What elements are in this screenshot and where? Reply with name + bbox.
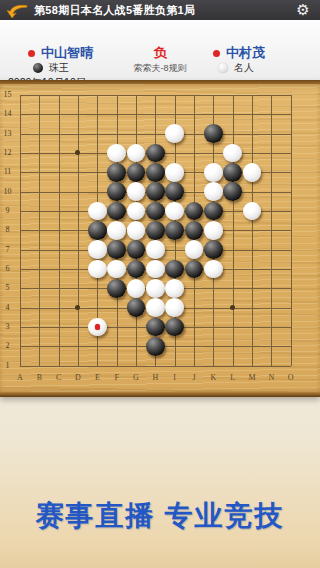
last-move-marker bbox=[95, 324, 101, 330]
stone-white bbox=[146, 298, 165, 317]
col-label: I bbox=[168, 373, 182, 382]
stone-white bbox=[107, 260, 126, 279]
gear-icon[interactable]: ⚙ bbox=[291, 0, 315, 20]
stone-black bbox=[165, 260, 184, 279]
stone-white bbox=[127, 182, 146, 201]
row-label: 14 bbox=[1, 109, 14, 118]
col-label: D bbox=[71, 373, 85, 382]
row-label: 5 bbox=[1, 283, 14, 292]
player-left-title-row: 珠王 bbox=[33, 61, 69, 75]
stone-black bbox=[146, 202, 165, 221]
stone-black bbox=[146, 221, 165, 240]
stone-black bbox=[185, 202, 204, 221]
result-badge: 负 bbox=[140, 44, 180, 62]
stone-white bbox=[185, 240, 204, 259]
row-label: 12 bbox=[1, 148, 14, 157]
page-title: 第58期日本名人战5番胜负第1局 bbox=[34, 3, 195, 18]
stone-white bbox=[165, 298, 184, 317]
grid-line-h bbox=[20, 366, 291, 367]
game-board[interactable]: 15A14B13C12D11E10F9G8H7I6J5K4L3M2N1O bbox=[0, 80, 320, 397]
row-label: 15 bbox=[1, 90, 14, 99]
stone-black bbox=[146, 182, 165, 201]
row-label: 4 bbox=[1, 303, 14, 312]
stone-black bbox=[146, 163, 165, 182]
stone-white bbox=[127, 144, 146, 163]
player-left: 中山智晴 bbox=[28, 44, 93, 62]
stone-white bbox=[107, 144, 126, 163]
col-label: E bbox=[90, 373, 104, 382]
stone-white bbox=[88, 202, 107, 221]
stone-black bbox=[165, 182, 184, 201]
grid-line-v bbox=[291, 95, 292, 366]
stone-white bbox=[243, 163, 262, 182]
col-label: F bbox=[110, 373, 124, 382]
stone-black bbox=[146, 144, 165, 163]
stone-white bbox=[107, 221, 126, 240]
col-label: L bbox=[226, 373, 240, 382]
col-label: C bbox=[52, 373, 66, 382]
row-label: 10 bbox=[1, 187, 14, 196]
col-label: J bbox=[187, 373, 201, 382]
stone-black bbox=[107, 202, 126, 221]
col-label: K bbox=[206, 373, 220, 382]
stone-black bbox=[204, 124, 223, 143]
stone-white bbox=[127, 202, 146, 221]
stone-black bbox=[127, 260, 146, 279]
back-button[interactable] bbox=[0, 0, 34, 20]
header-bar: 第58期日本名人战5番胜负第1局 ⚙ bbox=[0, 0, 320, 20]
row-label: 11 bbox=[1, 167, 14, 176]
player-left-name: 中山智晴 bbox=[41, 44, 93, 62]
row-label: 3 bbox=[1, 322, 14, 331]
player-right-name: 中村茂 bbox=[226, 44, 265, 62]
red-dot-icon bbox=[213, 50, 220, 57]
stone-black bbox=[146, 318, 165, 337]
player-left-title: 珠王 bbox=[49, 61, 69, 75]
col-label: H bbox=[148, 373, 162, 382]
grid-line-v bbox=[252, 95, 253, 366]
stone-white bbox=[146, 260, 165, 279]
stone-white bbox=[243, 202, 262, 221]
red-dot-icon bbox=[28, 50, 35, 57]
row-label: 8 bbox=[1, 225, 14, 234]
player-right: 中村茂 bbox=[213, 44, 265, 62]
stone-white bbox=[88, 240, 107, 259]
stone-black bbox=[146, 337, 165, 356]
stone-black bbox=[107, 163, 126, 182]
star-point bbox=[75, 305, 80, 310]
stone-black bbox=[127, 298, 146, 317]
col-label: B bbox=[32, 373, 46, 382]
stone-black bbox=[185, 221, 204, 240]
row-label: 6 bbox=[1, 264, 14, 273]
stone-black bbox=[165, 221, 184, 240]
stone-white bbox=[165, 124, 184, 143]
back-arrow-icon bbox=[6, 3, 28, 18]
col-label: M bbox=[245, 373, 259, 382]
stone-black bbox=[185, 260, 204, 279]
row-label: 1 bbox=[1, 361, 14, 370]
banner-text: 赛事直播 专业竞技 bbox=[0, 497, 320, 535]
row-label: 9 bbox=[1, 206, 14, 215]
stone-black bbox=[107, 182, 126, 201]
stone-white bbox=[127, 221, 146, 240]
stone-white bbox=[146, 279, 165, 298]
stone-black bbox=[107, 240, 126, 259]
stone-black bbox=[127, 163, 146, 182]
col-label: O bbox=[284, 373, 298, 382]
player-right-title: 名人 bbox=[234, 61, 254, 75]
stone-white bbox=[204, 221, 223, 240]
grid-line-v bbox=[233, 95, 234, 366]
stone-black bbox=[88, 221, 107, 240]
grid-line-v bbox=[271, 95, 272, 366]
star-point bbox=[230, 305, 235, 310]
stone-white bbox=[88, 260, 107, 279]
player-right-title-row: 名人 bbox=[218, 61, 254, 75]
stone-black bbox=[223, 182, 242, 201]
stone-white bbox=[204, 260, 223, 279]
stone-black bbox=[204, 202, 223, 221]
rule-label: 索索夫-8规则 bbox=[110, 62, 210, 75]
stone-white bbox=[165, 163, 184, 182]
stone-white bbox=[165, 202, 184, 221]
stone-black bbox=[107, 279, 126, 298]
col-label: A bbox=[13, 373, 27, 382]
star-point bbox=[75, 150, 80, 155]
row-label: 7 bbox=[1, 245, 14, 254]
col-label: N bbox=[264, 373, 278, 382]
app-screen: 第58期日本名人战5番胜负第1局 ⚙ 中山智晴 珠王 中村茂 名人 负 索索夫-… bbox=[0, 0, 320, 568]
stone-white bbox=[146, 240, 165, 259]
stone-black bbox=[127, 240, 146, 259]
stone-white bbox=[223, 144, 242, 163]
row-label: 2 bbox=[1, 341, 14, 350]
col-label: G bbox=[129, 373, 143, 382]
stone-black bbox=[223, 163, 242, 182]
row-label: 13 bbox=[1, 129, 14, 138]
stone-black bbox=[165, 318, 184, 337]
stone-white bbox=[127, 279, 146, 298]
black-stone-icon bbox=[33, 63, 43, 73]
white-stone-icon bbox=[218, 63, 228, 73]
stone-white bbox=[165, 279, 184, 298]
match-info-panel: 中山智晴 珠王 中村茂 名人 负 索索夫-8规则 2020年10月10日 bbox=[0, 20, 320, 81]
stone-white bbox=[204, 163, 223, 182]
stone-white bbox=[204, 182, 223, 201]
stone-black bbox=[204, 240, 223, 259]
